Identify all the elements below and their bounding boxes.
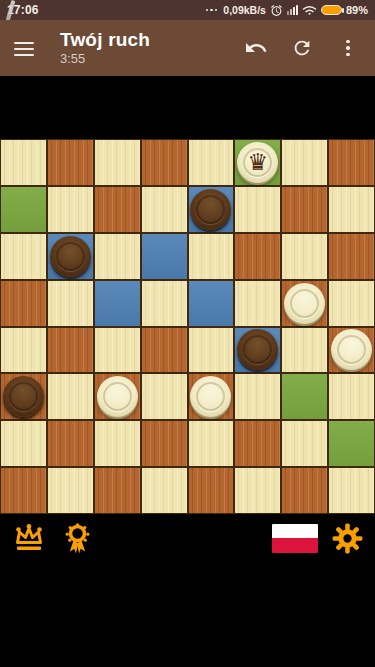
undo-button[interactable] [243, 35, 269, 61]
square-b2[interactable] [47, 420, 94, 467]
square-d2[interactable] [141, 420, 188, 467]
square-c1[interactable] [94, 467, 141, 514]
refresh-button[interactable] [289, 35, 315, 61]
wifi-icon [302, 4, 317, 16]
square-h5[interactable] [328, 280, 375, 327]
king-crown-icon: ♛ [237, 142, 278, 183]
square-d8[interactable] [141, 139, 188, 186]
square-h7[interactable] [328, 186, 375, 233]
square-a3[interactable] [0, 373, 47, 420]
square-h8[interactable] [328, 139, 375, 186]
medal-icon [64, 522, 91, 555]
overflow-dots-icon [346, 40, 350, 57]
square-d6[interactable] [141, 233, 188, 280]
square-c5[interactable] [94, 280, 141, 327]
square-a2[interactable] [0, 420, 47, 467]
square-b8[interactable] [47, 139, 94, 186]
square-h6[interactable] [328, 233, 375, 280]
settings-button[interactable] [332, 523, 363, 554]
square-g8[interactable] [281, 139, 328, 186]
menu-button[interactable] [14, 42, 34, 56]
square-f2[interactable] [234, 420, 281, 467]
square-h1[interactable] [328, 467, 375, 514]
square-g6[interactable] [281, 233, 328, 280]
app-screen: 17:06 0,09kB/s 89% Twój ruch 3:5 [0, 0, 375, 667]
move-timer: 3:55 [60, 52, 150, 67]
light-man-piece[interactable] [331, 329, 372, 370]
square-e1[interactable] [188, 467, 235, 514]
light-man-piece[interactable] [97, 376, 138, 417]
square-b3[interactable] [47, 373, 94, 420]
square-h3[interactable] [328, 373, 375, 420]
square-f1[interactable] [234, 467, 281, 514]
flag-red-stripe [272, 538, 318, 553]
square-g4[interactable] [281, 327, 328, 374]
square-g7[interactable] [281, 186, 328, 233]
refresh-icon [291, 37, 313, 59]
square-c6[interactable] [94, 233, 141, 280]
square-f5[interactable] [234, 280, 281, 327]
square-h2[interactable] [328, 420, 375, 467]
bottom-toolbar [0, 514, 375, 562]
square-c3[interactable] [94, 373, 141, 420]
square-d1[interactable] [141, 467, 188, 514]
square-d3[interactable] [141, 373, 188, 420]
square-d5[interactable] [141, 280, 188, 327]
square-g5[interactable] [281, 280, 328, 327]
square-h4[interactable] [328, 327, 375, 374]
crown-button[interactable] [10, 523, 48, 553]
square-e6[interactable] [188, 233, 235, 280]
square-b7[interactable] [47, 186, 94, 233]
square-c8[interactable] [94, 139, 141, 186]
square-e4[interactable] [188, 327, 235, 374]
battery-percent: 89% [346, 4, 368, 16]
square-a6[interactable] [0, 233, 47, 280]
square-e8[interactable] [188, 139, 235, 186]
square-f7[interactable] [234, 186, 281, 233]
square-a7[interactable] [0, 186, 47, 233]
square-a1[interactable] [0, 467, 47, 514]
square-a5[interactable] [0, 280, 47, 327]
square-a8[interactable] [0, 139, 47, 186]
flag-white-stripe [272, 524, 318, 539]
square-e2[interactable] [188, 420, 235, 467]
square-d7[interactable] [141, 186, 188, 233]
undo-icon [244, 36, 268, 60]
square-g2[interactable] [281, 420, 328, 467]
page-title: Twój ruch [60, 29, 150, 51]
square-f4[interactable] [234, 327, 281, 374]
square-f8[interactable]: ♛ [234, 139, 281, 186]
notification-overflow-dots-icon [206, 9, 218, 12]
language-flag-poland[interactable] [272, 524, 318, 553]
square-e3[interactable] [188, 373, 235, 420]
gear-icon [332, 523, 363, 554]
dark-man-piece[interactable] [3, 376, 44, 417]
square-d4[interactable] [141, 327, 188, 374]
square-a4[interactable] [0, 327, 47, 374]
app-bar: Twój ruch 3:55 [0, 20, 375, 76]
battery-icon [321, 5, 342, 15]
crown-icon [10, 523, 48, 553]
square-e7[interactable] [188, 186, 235, 233]
signal-bars-icon [287, 5, 298, 15]
overflow-menu-button[interactable] [335, 35, 361, 61]
alarm-icon [270, 4, 283, 17]
square-f6[interactable] [234, 233, 281, 280]
status-bar: 17:06 0,09kB/s 89% [0, 0, 375, 20]
checkers-board: ♛ [0, 139, 375, 514]
dark-man-piece[interactable] [50, 236, 91, 277]
square-g3[interactable] [281, 373, 328, 420]
light-man-piece[interactable] [190, 376, 231, 417]
network-speed: 0,09kB/s [223, 4, 266, 16]
square-c4[interactable] [94, 327, 141, 374]
square-b4[interactable] [47, 327, 94, 374]
square-c7[interactable] [94, 186, 141, 233]
achievements-button[interactable] [64, 522, 91, 555]
square-b1[interactable] [47, 467, 94, 514]
dark-man-piece[interactable] [190, 189, 231, 230]
dark-man-piece[interactable] [237, 329, 278, 370]
square-e5[interactable] [188, 280, 235, 327]
light-man-piece[interactable] [284, 283, 325, 324]
square-f3[interactable] [234, 373, 281, 420]
light-king-piece[interactable]: ♛ [237, 142, 278, 183]
square-b5[interactable] [47, 280, 94, 327]
square-b6[interactable] [47, 233, 94, 280]
square-g1[interactable] [281, 467, 328, 514]
square-c2[interactable] [94, 420, 141, 467]
